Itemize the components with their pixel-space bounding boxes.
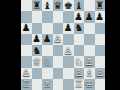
square-c1[interactable]: ♗ <box>42 79 53 90</box>
square-b8[interactable]: ♜ <box>32 0 43 11</box>
square-g6[interactable] <box>84 23 95 34</box>
square-c6[interactable] <box>42 23 53 34</box>
square-g1[interactable]: ♔ <box>84 79 95 90</box>
square-a1[interactable]: ♖ <box>21 79 32 90</box>
square-h4[interactable] <box>95 45 106 56</box>
chess-board: ♜♝♛♚♝♜♟♟♟♟♟♞♟♟♙♞♙♕♘♘♙♙♙♗♙♖♗♖♔ <box>21 0 105 90</box>
black-rook: ♜ <box>95 0 104 10</box>
square-d8[interactable]: ♛ <box>53 0 64 11</box>
square-h5[interactable] <box>95 34 106 45</box>
square-e4[interactable]: ♙ <box>63 45 74 56</box>
square-f1[interactable]: ♖ <box>74 79 85 90</box>
square-h8[interactable]: ♜ <box>95 0 106 11</box>
square-b5[interactable]: ♟ <box>32 34 43 45</box>
square-d5[interactable]: ♙ <box>53 34 64 45</box>
black-pawn: ♟ <box>64 23 73 33</box>
square-a5[interactable] <box>21 34 32 45</box>
square-f5[interactable] <box>74 34 85 45</box>
square-c3[interactable]: ♘ <box>42 56 53 67</box>
square-c8[interactable]: ♝ <box>42 0 53 11</box>
square-d3[interactable] <box>53 56 64 67</box>
square-a6[interactable]: ♟ <box>21 23 32 34</box>
white-rook: ♖ <box>74 79 83 89</box>
square-d2[interactable] <box>53 68 64 79</box>
square-c5[interactable]: ♟ <box>42 34 53 45</box>
black-bishop: ♝ <box>43 0 52 10</box>
square-d1[interactable] <box>53 79 64 90</box>
square-g2[interactable]: ♗ <box>84 68 95 79</box>
square-a2[interactable]: ♙ <box>21 68 32 79</box>
white-knight: ♘ <box>74 56 83 66</box>
square-c4[interactable] <box>42 45 53 56</box>
square-h6[interactable] <box>95 23 106 34</box>
square-e6[interactable]: ♟ <box>63 23 74 34</box>
square-a7[interactable] <box>21 11 32 22</box>
square-d6[interactable] <box>53 23 64 34</box>
white-queen: ♕ <box>32 56 41 66</box>
square-h2[interactable]: ♙ <box>95 68 106 79</box>
square-h7[interactable]: ♟ <box>95 11 106 22</box>
white-king: ♔ <box>85 79 94 89</box>
square-e3[interactable] <box>63 56 74 67</box>
square-g5[interactable] <box>84 34 95 45</box>
white-pawn: ♙ <box>64 45 73 55</box>
black-knight: ♞ <box>74 23 83 33</box>
square-e2[interactable] <box>63 68 74 79</box>
square-b2[interactable] <box>32 68 43 79</box>
square-g4[interactable] <box>84 45 95 56</box>
square-f3[interactable]: ♘ <box>74 56 85 67</box>
square-f4[interactable] <box>74 45 85 56</box>
square-c2[interactable] <box>42 68 53 79</box>
black-pawn: ♟ <box>85 11 94 21</box>
white-knight: ♘ <box>43 56 52 66</box>
square-e8[interactable]: ♚ <box>63 0 74 11</box>
white-pawn: ♙ <box>85 56 94 66</box>
white-bishop: ♗ <box>43 79 52 89</box>
square-g8[interactable] <box>84 0 95 11</box>
square-b6[interactable] <box>32 23 43 34</box>
black-pawn: ♟ <box>32 34 41 44</box>
square-h1[interactable] <box>95 79 106 90</box>
square-d7[interactable] <box>53 11 64 22</box>
square-c7[interactable] <box>42 11 53 22</box>
black-bishop: ♝ <box>74 0 83 10</box>
white-pawn: ♙ <box>22 68 31 78</box>
square-a3[interactable] <box>21 56 32 67</box>
video-frame: ♜♝♛♚♝♜♟♟♟♟♟♞♟♟♙♞♙♕♘♘♙♙♙♗♙♖♗♖♔ <box>0 0 120 90</box>
square-g7[interactable]: ♟ <box>84 11 95 22</box>
square-h3[interactable] <box>95 56 106 67</box>
black-king: ♚ <box>64 0 73 10</box>
square-a4[interactable] <box>21 45 32 56</box>
square-f8[interactable]: ♝ <box>74 0 85 11</box>
square-f7[interactable]: ♟ <box>74 11 85 22</box>
square-b7[interactable] <box>32 11 43 22</box>
white-bishop: ♗ <box>85 68 94 78</box>
square-g3[interactable]: ♙ <box>84 56 95 67</box>
square-b4[interactable]: ♞ <box>32 45 43 56</box>
square-a8[interactable] <box>21 0 32 11</box>
black-pawn: ♟ <box>95 11 104 21</box>
square-b1[interactable] <box>32 79 43 90</box>
square-d4[interactable] <box>53 45 64 56</box>
black-rook: ♜ <box>32 0 41 10</box>
white-pawn: ♙ <box>53 34 62 44</box>
square-f6[interactable]: ♞ <box>74 23 85 34</box>
black-pawn: ♟ <box>74 11 83 21</box>
square-f2[interactable]: ♙ <box>74 68 85 79</box>
black-pawn: ♟ <box>22 23 31 33</box>
white-pawn: ♙ <box>95 68 104 78</box>
square-e7[interactable] <box>63 11 74 22</box>
black-knight: ♞ <box>32 45 41 55</box>
black-pawn: ♟ <box>43 34 52 44</box>
black-queen: ♛ <box>53 0 62 10</box>
white-pawn: ♙ <box>74 68 83 78</box>
square-b3[interactable]: ♕ <box>32 56 43 67</box>
white-rook: ♖ <box>22 79 31 89</box>
square-e1[interactable] <box>63 79 74 90</box>
square-e5[interactable] <box>63 34 74 45</box>
